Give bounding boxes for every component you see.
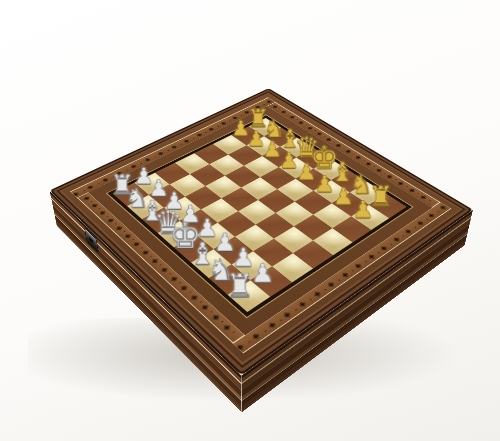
white-pawn[interactable]: ♟ xyxy=(251,261,275,287)
black-pawn[interactable]: ♟ xyxy=(352,198,373,222)
latch-clasp-icon xyxy=(84,227,98,253)
product-photo: ◈·◈·◈·◈·◈·◈·◈·◈·◈·◈·◈·◈·◈·◈·◈·◈· ◈·◈·◈·◈… xyxy=(0,0,500,441)
perspective-scene: ◈·◈·◈·◈·◈·◈·◈·◈·◈·◈·◈·◈·◈·◈·◈·◈· ◈·◈·◈·◈… xyxy=(0,0,500,441)
black-pawn[interactable]: ♟ xyxy=(333,185,354,208)
black-pawn[interactable]: ♟ xyxy=(314,173,334,196)
white-rook[interactable]: ♜ xyxy=(226,270,254,301)
board-square[interactable] xyxy=(276,202,314,227)
chess-box: ◈·◈·◈·◈·◈·◈·◈·◈·◈·◈·◈·◈·◈·◈·◈·◈· ◈·◈·◈·◈… xyxy=(50,88,474,375)
